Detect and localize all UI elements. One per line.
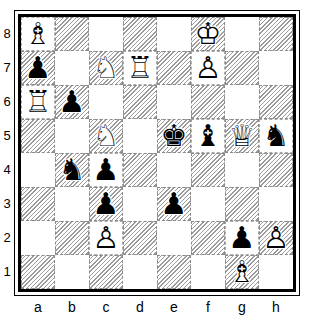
piece-black-pawn: ♟ (21, 51, 55, 85)
square-a1[interactable] (21, 255, 55, 289)
square-a3[interactable] (21, 187, 55, 221)
square-g3[interactable] (225, 187, 259, 221)
board-outer-border: ♝♗♚♔♟♟♞♘♜♖♟♙♜♖♟♟♞♘♚♚♝♝♛♕♞♞♞♞♟♟♟♟♟♟♟♙♟♟♟♙… (14, 10, 300, 296)
square-d8[interactable] (123, 17, 157, 51)
square-f1[interactable] (191, 255, 225, 289)
rank-label-8: 8 (0, 17, 14, 51)
square-a7[interactable]: ♟♟ (21, 51, 55, 85)
piece-white-rook: ♖ (21, 85, 55, 119)
square-c4[interactable]: ♟♟ (89, 153, 123, 187)
file-label-b: b (55, 298, 89, 316)
piece-white-pawn: ♙ (191, 51, 225, 85)
square-d7[interactable]: ♜♖ (123, 51, 157, 85)
piece-black-pawn: ♟ (89, 187, 123, 221)
chess-diagram: 87654321 ♝♗♚♔♟♟♞♘♜♖♟♙♜♖♟♟♞♘♚♚♝♝♛♕♞♞♞♞♟♟♟… (0, 10, 300, 316)
square-b6[interactable]: ♟♟ (55, 85, 89, 119)
square-e7[interactable] (157, 51, 191, 85)
piece-white-king: ♔ (191, 17, 225, 51)
piece-black-pawn: ♟ (225, 221, 259, 255)
square-f2[interactable] (191, 221, 225, 255)
chess-board: ♝♗♚♔♟♟♞♘♜♖♟♙♜♖♟♟♞♘♚♚♝♝♛♕♞♞♞♞♟♟♟♟♟♟♟♙♟♟♟♙… (21, 17, 293, 289)
file-label-e: e (157, 298, 191, 316)
square-f6[interactable] (191, 85, 225, 119)
square-e1[interactable] (157, 255, 191, 289)
piece-black-bishop: ♝ (191, 119, 225, 153)
piece-black-pawn: ♟ (89, 153, 123, 187)
square-c5[interactable]: ♞♘ (89, 119, 123, 153)
square-e6[interactable] (157, 85, 191, 119)
square-h8[interactable] (259, 17, 293, 51)
square-f8[interactable]: ♚♔ (191, 17, 225, 51)
square-h7[interactable] (259, 51, 293, 85)
square-g2[interactable]: ♟♟ (225, 221, 259, 255)
piece-white-pawn: ♙ (259, 221, 293, 255)
rank-label-2: 2 (0, 221, 14, 255)
square-d1[interactable] (123, 255, 157, 289)
square-c6[interactable] (89, 85, 123, 119)
square-e4[interactable] (157, 153, 191, 187)
piece-black-knight: ♞ (259, 119, 293, 153)
square-h3[interactable] (259, 187, 293, 221)
square-g8[interactable] (225, 17, 259, 51)
file-label-f: f (191, 298, 225, 316)
piece-black-pawn: ♟ (157, 187, 191, 221)
piece-white-bishop: ♗ (21, 17, 55, 51)
square-h2[interactable]: ♟♙ (259, 221, 293, 255)
square-a5[interactable] (21, 119, 55, 153)
square-g6[interactable] (225, 85, 259, 119)
square-h6[interactable] (259, 85, 293, 119)
rank-label-4: 4 (0, 153, 14, 187)
square-c2[interactable]: ♟♙ (89, 221, 123, 255)
square-f7[interactable]: ♟♙ (191, 51, 225, 85)
square-g5[interactable]: ♛♕ (225, 119, 259, 153)
piece-black-king: ♚ (157, 119, 191, 153)
square-c7[interactable]: ♞♘ (89, 51, 123, 85)
board-inner-border: ♝♗♚♔♟♟♞♘♜♖♟♙♜♖♟♟♞♘♚♚♝♝♛♕♞♞♞♞♟♟♟♟♟♟♟♙♟♟♟♙… (18, 14, 296, 292)
square-b4[interactable]: ♞♞ (55, 153, 89, 187)
square-f3[interactable] (191, 187, 225, 221)
square-b1[interactable] (55, 255, 89, 289)
square-f5[interactable]: ♝♝ (191, 119, 225, 153)
square-c3[interactable]: ♟♟ (89, 187, 123, 221)
piece-white-queen: ♕ (225, 119, 259, 153)
square-a2[interactable] (21, 221, 55, 255)
piece-black-pawn: ♟ (55, 85, 89, 119)
square-d3[interactable] (123, 187, 157, 221)
square-b8[interactable] (55, 17, 89, 51)
square-b2[interactable] (55, 221, 89, 255)
square-h1[interactable] (259, 255, 293, 289)
file-label-a: a (21, 298, 55, 316)
square-c1[interactable] (89, 255, 123, 289)
square-g4[interactable] (225, 153, 259, 187)
square-e2[interactable] (157, 221, 191, 255)
piece-white-pawn: ♙ (89, 221, 123, 255)
square-f4[interactable] (191, 153, 225, 187)
square-d5[interactable] (123, 119, 157, 153)
square-e5[interactable]: ♚♚ (157, 119, 191, 153)
square-d2[interactable] (123, 221, 157, 255)
square-g7[interactable] (225, 51, 259, 85)
square-a6[interactable]: ♜♖ (21, 85, 55, 119)
square-a4[interactable] (21, 153, 55, 187)
file-label-c: c (89, 298, 123, 316)
square-d6[interactable] (123, 85, 157, 119)
square-e3[interactable]: ♟♟ (157, 187, 191, 221)
piece-white-bishop: ♗ (225, 255, 259, 289)
rank-label-5: 5 (0, 119, 14, 153)
file-label-h: h (259, 298, 293, 316)
square-h5[interactable]: ♞♞ (259, 119, 293, 153)
file-label-g: g (225, 298, 259, 316)
rank-label-7: 7 (0, 51, 14, 85)
square-e8[interactable] (157, 17, 191, 51)
square-h4[interactable] (259, 153, 293, 187)
file-labels: abcdefgh (21, 298, 300, 316)
square-c8[interactable] (89, 17, 123, 51)
square-b3[interactable] (55, 187, 89, 221)
square-b7[interactable] (55, 51, 89, 85)
square-d4[interactable] (123, 153, 157, 187)
rank-label-3: 3 (0, 187, 14, 221)
piece-white-rook: ♖ (123, 51, 157, 85)
square-g1[interactable]: ♝♗ (225, 255, 259, 289)
file-label-d: d (123, 298, 157, 316)
square-a8[interactable]: ♝♗ (21, 17, 55, 51)
piece-black-knight: ♞ (55, 153, 89, 187)
piece-white-knight: ♘ (89, 51, 123, 85)
rank-label-1: 1 (0, 255, 14, 289)
piece-white-knight: ♘ (89, 119, 123, 153)
square-b5[interactable] (55, 119, 89, 153)
rank-label-6: 6 (0, 85, 14, 119)
rank-labels: 87654321 (0, 10, 14, 289)
